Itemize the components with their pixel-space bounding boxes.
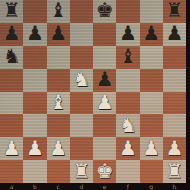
square-a6[interactable]: ♞	[0, 46, 23, 69]
square-e2[interactable]	[93, 137, 116, 160]
square-d2[interactable]	[70, 137, 93, 160]
white-knight-piece[interactable]: ♞	[119, 115, 137, 135]
black-knight-piece[interactable]: ♞	[3, 46, 21, 66]
white-rook-piece[interactable]: ♜	[165, 161, 183, 181]
white-rook-piece[interactable]: ♜	[72, 161, 90, 181]
square-d4[interactable]	[70, 92, 93, 115]
square-a4[interactable]	[0, 92, 23, 115]
black-bishop-piece[interactable]: ♝	[119, 46, 137, 66]
black-pawn-piece[interactable]: ♟	[96, 69, 114, 89]
square-f5[interactable]	[116, 69, 139, 92]
square-b7[interactable]: ♟	[23, 23, 46, 46]
square-c1[interactable]	[47, 160, 70, 183]
square-d8[interactable]	[70, 0, 93, 23]
square-a8[interactable]: ♜	[0, 0, 23, 23]
square-g4[interactable]	[140, 92, 163, 115]
white-bishop-piece[interactable]: ♝	[49, 92, 67, 112]
square-h8[interactable]: ♜	[163, 0, 186, 23]
white-king-piece[interactable]: ♚	[96, 161, 114, 181]
black-king-piece[interactable]: ♚	[96, 0, 114, 20]
black-rook-piece[interactable]: ♜	[3, 0, 21, 20]
square-c2[interactable]: ♟	[47, 137, 70, 160]
square-g5[interactable]	[140, 69, 163, 92]
white-pawn-piece[interactable]: ♟	[49, 138, 67, 158]
square-c3[interactable]	[47, 114, 70, 137]
black-pawn-piece[interactable]: ♟	[119, 23, 137, 43]
square-e3[interactable]	[93, 114, 116, 137]
chess-board: ♜♝♚♜♟♟♟♟♟♟♞♝♞♟♝♟♞♟♟♟♟♟♟♜♚♜	[0, 0, 186, 183]
file-label-g: g	[140, 183, 163, 190]
square-b3[interactable]	[23, 114, 46, 137]
square-c7[interactable]: ♟	[47, 23, 70, 46]
square-e1[interactable]: ♚	[93, 160, 116, 183]
square-f1[interactable]	[116, 160, 139, 183]
square-e5[interactable]: ♟	[93, 69, 116, 92]
square-d7[interactable]	[70, 23, 93, 46]
square-e7[interactable]	[93, 23, 116, 46]
square-f3[interactable]: ♞	[116, 114, 139, 137]
square-h1[interactable]: ♜	[163, 160, 186, 183]
square-a7[interactable]: ♟	[0, 23, 23, 46]
white-pawn-piece[interactable]: ♟	[96, 92, 114, 112]
square-g8[interactable]	[140, 0, 163, 23]
square-a3[interactable]	[0, 114, 23, 137]
square-b5[interactable]	[23, 69, 46, 92]
square-f4[interactable]	[116, 92, 139, 115]
black-pawn-piece[interactable]: ♟	[26, 23, 44, 43]
square-f8[interactable]	[116, 0, 139, 23]
square-b6[interactable]	[23, 46, 46, 69]
file-label-f: f	[116, 183, 139, 190]
square-d5[interactable]: ♞	[70, 69, 93, 92]
file-label-e: e	[93, 183, 116, 190]
square-h6[interactable]	[163, 46, 186, 69]
square-g3[interactable]	[140, 114, 163, 137]
square-a2[interactable]: ♟	[0, 137, 23, 160]
square-d3[interactable]	[70, 114, 93, 137]
square-g1[interactable]	[140, 160, 163, 183]
square-f7[interactable]: ♟	[116, 23, 139, 46]
black-bishop-piece[interactable]: ♝	[49, 0, 67, 20]
file-label-h: h	[163, 183, 186, 190]
black-pawn-piece[interactable]: ♟	[3, 23, 21, 43]
white-knight-piece[interactable]: ♞	[72, 69, 90, 89]
square-a5[interactable]	[0, 69, 23, 92]
square-b4[interactable]	[23, 92, 46, 115]
square-e8[interactable]: ♚	[93, 0, 116, 23]
white-pawn-piece[interactable]: ♟	[26, 138, 44, 158]
square-b2[interactable]: ♟	[23, 137, 46, 160]
file-label-d: d	[70, 183, 93, 190]
white-pawn-piece[interactable]: ♟	[3, 138, 21, 158]
board-frame: ♜♝♚♜♟♟♟♟♟♟♞♝♞♟♝♟♞♟♟♟♟♟♟♜♚♜ abcdefgh	[0, 0, 190, 190]
black-pawn-piece[interactable]: ♟	[142, 23, 160, 43]
square-g6[interactable]	[140, 46, 163, 69]
square-e4[interactable]: ♟	[93, 92, 116, 115]
square-h4[interactable]	[163, 92, 186, 115]
square-c5[interactable]	[47, 69, 70, 92]
white-pawn-piece[interactable]: ♟	[142, 138, 160, 158]
square-h2[interactable]: ♟	[163, 137, 186, 160]
file-labels: abcdefgh	[0, 183, 186, 190]
white-pawn-piece[interactable]: ♟	[119, 138, 137, 158]
file-label-c: c	[47, 183, 70, 190]
square-b8[interactable]	[23, 0, 46, 23]
square-h7[interactable]: ♟	[163, 23, 186, 46]
square-c8[interactable]: ♝	[47, 0, 70, 23]
square-f6[interactable]: ♝	[116, 46, 139, 69]
black-pawn-piece[interactable]: ♟	[165, 23, 183, 43]
square-g2[interactable]: ♟	[140, 137, 163, 160]
square-b1[interactable]	[23, 160, 46, 183]
file-label-a: a	[0, 183, 23, 190]
white-pawn-piece[interactable]: ♟	[165, 138, 183, 158]
square-d6[interactable]	[70, 46, 93, 69]
square-h5[interactable]	[163, 69, 186, 92]
square-d1[interactable]: ♜	[70, 160, 93, 183]
square-e6[interactable]	[93, 46, 116, 69]
square-g7[interactable]: ♟	[140, 23, 163, 46]
square-a1[interactable]	[0, 160, 23, 183]
square-c4[interactable]: ♝	[47, 92, 70, 115]
square-h3[interactable]	[163, 114, 186, 137]
square-f2[interactable]: ♟	[116, 137, 139, 160]
square-c6[interactable]	[47, 46, 70, 69]
black-rook-piece[interactable]: ♜	[165, 0, 183, 20]
file-label-b: b	[23, 183, 46, 190]
black-pawn-piece[interactable]: ♟	[49, 23, 67, 43]
